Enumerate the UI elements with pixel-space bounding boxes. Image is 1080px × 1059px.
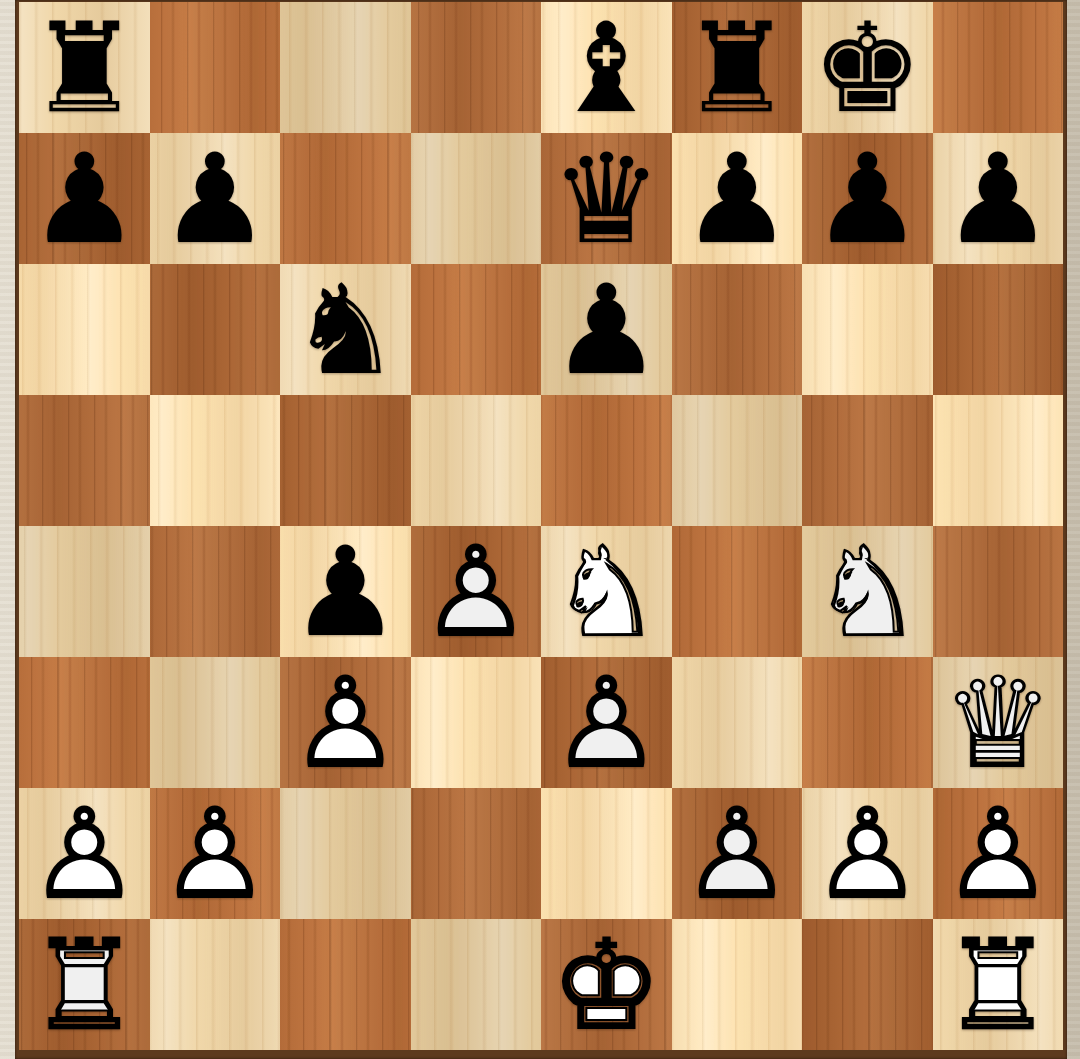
square-h7[interactable]: ♟ [933,133,1064,264]
square-a5[interactable] [19,395,150,526]
piece-white-pawn[interactable]: ♟♙ [411,526,542,657]
board: ♜♝♜♚♟♟♛♟♟♟♞♟♟♟♙♞♘♞♘♟♙♟♙♛♕♟♙♟♙♟♙♟♙♟♙♜♖♚♔♜… [19,2,1063,1050]
square-g4[interactable]: ♞♘ [802,526,933,657]
square-d3[interactable] [411,657,542,788]
square-f6[interactable] [672,264,803,395]
square-c3[interactable]: ♟♙ [280,657,411,788]
piece-black-pawn[interactable]: ♟ [672,133,803,264]
piece-white-pawn[interactable]: ♟♙ [150,788,281,919]
square-e1[interactable]: ♚♔ [541,919,672,1050]
square-a3[interactable] [19,657,150,788]
white-pawn-outline: ♙ [802,788,933,919]
white-knight-outline: ♘ [541,526,672,657]
white-knight-outline: ♘ [802,526,933,657]
black-bishop-glyph: ♝ [541,2,672,133]
square-c7[interactable] [280,133,411,264]
square-a8[interactable]: ♜ [19,2,150,133]
piece-white-queen[interactable]: ♛♕ [933,657,1064,788]
square-b6[interactable] [150,264,281,395]
square-b1[interactable] [150,919,281,1050]
square-e3[interactable]: ♟♙ [541,657,672,788]
square-g1[interactable] [802,919,933,1050]
square-d7[interactable] [411,133,542,264]
square-f8[interactable]: ♜ [672,2,803,133]
square-f7[interactable]: ♟ [672,133,803,264]
square-h3[interactable]: ♛♕ [933,657,1064,788]
square-h8[interactable] [933,2,1064,133]
square-a1[interactable]: ♜♖ [19,919,150,1050]
square-e5[interactable] [541,395,672,526]
black-pawn-glyph: ♟ [541,264,672,395]
white-pawn-outline: ♙ [672,788,803,919]
square-e4[interactable]: ♞♘ [541,526,672,657]
square-h6[interactable] [933,264,1064,395]
square-e7[interactable]: ♛ [541,133,672,264]
square-h1[interactable]: ♜♖ [933,919,1064,1050]
white-pawn-outline: ♙ [150,788,281,919]
black-pawn-glyph: ♟ [672,133,803,264]
square-f5[interactable] [672,395,803,526]
white-pawn-outline: ♙ [933,788,1064,919]
square-c1[interactable] [280,919,411,1050]
square-c4[interactable]: ♟ [280,526,411,657]
square-b3[interactable] [150,657,281,788]
square-f4[interactable] [672,526,803,657]
square-h2[interactable]: ♟♙ [933,788,1064,919]
square-c8[interactable] [280,2,411,133]
square-d6[interactable] [411,264,542,395]
white-queen-outline: ♕ [933,657,1064,788]
white-pawn-outline: ♙ [541,657,672,788]
square-e6[interactable]: ♟ [541,264,672,395]
square-g6[interactable] [802,264,933,395]
black-pawn-glyph: ♟ [802,133,933,264]
square-b7[interactable]: ♟ [150,133,281,264]
piece-black-pawn[interactable]: ♟ [150,133,281,264]
square-d4[interactable]: ♟♙ [411,526,542,657]
piece-white-king[interactable]: ♚♔ [541,919,672,1050]
square-b4[interactable] [150,526,281,657]
square-g2[interactable]: ♟♙ [802,788,933,919]
piece-black-king[interactable]: ♚ [802,2,933,133]
piece-white-pawn[interactable]: ♟♙ [802,788,933,919]
square-a6[interactable] [19,264,150,395]
piece-white-rook[interactable]: ♜♖ [19,919,150,1050]
piece-white-rook[interactable]: ♜♖ [933,919,1064,1050]
square-b2[interactable]: ♟♙ [150,788,281,919]
white-king-outline: ♔ [541,919,672,1050]
black-pawn-glyph: ♟ [19,133,150,264]
piece-black-queen[interactable]: ♛ [541,133,672,264]
square-f3[interactable] [672,657,803,788]
square-f2[interactable]: ♟♙ [672,788,803,919]
square-h4[interactable] [933,526,1064,657]
black-pawn-glyph: ♟ [150,133,281,264]
piece-black-pawn[interactable]: ♟ [19,133,150,264]
square-d5[interactable] [411,395,542,526]
piece-white-knight[interactable]: ♞♘ [802,526,933,657]
square-g3[interactable] [802,657,933,788]
square-d8[interactable] [411,2,542,133]
piece-black-pawn[interactable]: ♟ [933,133,1064,264]
piece-white-pawn[interactable]: ♟♙ [541,657,672,788]
piece-white-pawn[interactable]: ♟♙ [933,788,1064,919]
piece-black-rook[interactable]: ♜ [19,2,150,133]
square-g7[interactable]: ♟ [802,133,933,264]
square-e2[interactable] [541,788,672,919]
square-g5[interactable] [802,395,933,526]
piece-white-knight[interactable]: ♞♘ [541,526,672,657]
square-h5[interactable] [933,395,1064,526]
square-f1[interactable] [672,919,803,1050]
piece-white-pawn[interactable]: ♟♙ [672,788,803,919]
piece-black-pawn[interactable]: ♟ [541,264,672,395]
white-pawn-outline: ♙ [280,657,411,788]
piece-black-pawn[interactable]: ♟ [280,526,411,657]
piece-black-knight[interactable]: ♞ [280,264,411,395]
square-a7[interactable]: ♟ [19,133,150,264]
black-pawn-glyph: ♟ [280,526,411,657]
square-d1[interactable] [411,919,542,1050]
piece-black-rook[interactable]: ♜ [672,2,803,133]
piece-white-pawn[interactable]: ♟♙ [19,788,150,919]
page: { "game": "chess", "board": { "rows": 8,… [0,0,1080,1059]
black-pawn-glyph: ♟ [933,133,1064,264]
black-knight-glyph: ♞ [280,264,411,395]
square-a2[interactable]: ♟♙ [19,788,150,919]
black-rook-glyph: ♜ [672,2,803,133]
square-c2[interactable] [280,788,411,919]
square-c6[interactable]: ♞ [280,264,411,395]
square-a4[interactable] [19,526,150,657]
square-e8[interactable]: ♝ [541,2,672,133]
square-b8[interactable] [150,2,281,133]
piece-white-pawn[interactable]: ♟♙ [280,657,411,788]
black-queen-glyph: ♛ [541,133,672,264]
white-pawn-outline: ♙ [19,788,150,919]
square-b5[interactable] [150,395,281,526]
white-pawn-outline: ♙ [411,526,542,657]
black-rook-glyph: ♜ [19,2,150,133]
white-rook-outline: ♖ [933,919,1064,1050]
square-d2[interactable] [411,788,542,919]
piece-black-bishop[interactable]: ♝ [541,2,672,133]
square-c5[interactable] [280,395,411,526]
board-frame: ♜♝♜♚♟♟♛♟♟♟♞♟♟♟♙♞♘♞♘♟♙♟♙♛♕♟♙♟♙♟♙♟♙♟♙♜♖♚♔♜… [15,0,1067,1059]
square-g8[interactable]: ♚ [802,2,933,133]
black-king-glyph: ♚ [802,2,933,133]
piece-black-pawn[interactable]: ♟ [802,133,933,264]
white-rook-outline: ♖ [19,919,150,1050]
